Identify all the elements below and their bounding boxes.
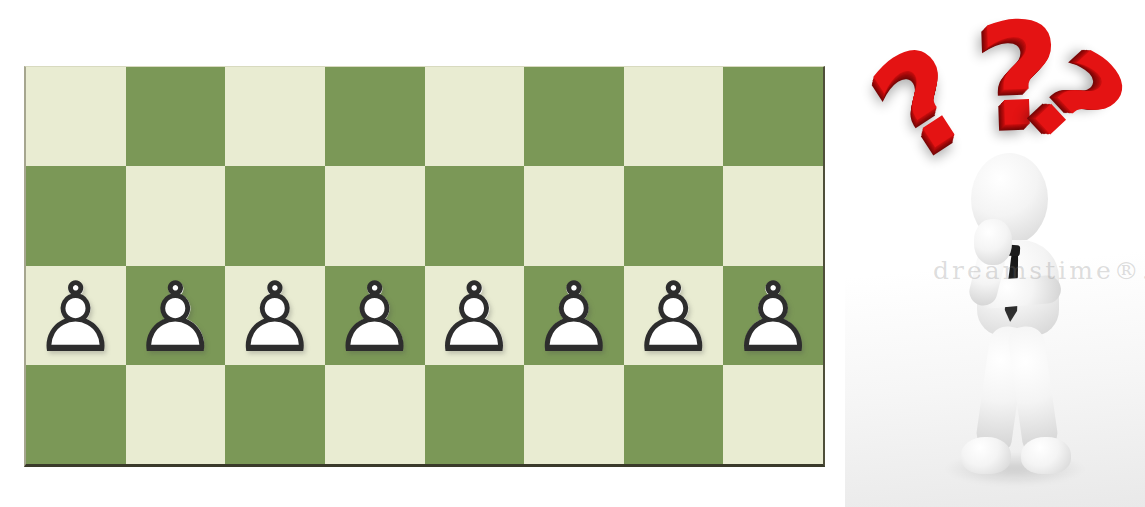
- question-mark-left: ?: [855, 24, 991, 176]
- square-r1-c4[interactable]: [425, 166, 525, 265]
- square-r2-c0[interactable]: ♟♙: [26, 266, 126, 365]
- square-r1-c2[interactable]: [225, 166, 325, 265]
- white-pawn[interactable]: ♟♙: [723, 266, 823, 365]
- chessboard: ♟♙♟♙♟♙♟♙♟♙♟♙♟♙♟♙: [24, 66, 825, 467]
- square-r0-c4[interactable]: [425, 67, 525, 166]
- square-r0-c2[interactable]: [225, 67, 325, 166]
- square-r3-c3[interactable]: [325, 365, 425, 464]
- white-pawn[interactable]: ♟♙: [225, 266, 325, 365]
- square-r3-c7[interactable]: [723, 365, 823, 464]
- square-r0-c3[interactable]: [325, 67, 425, 166]
- square-r3-c6[interactable]: [624, 365, 724, 464]
- figure-right-foot: [1021, 437, 1071, 474]
- figure-right-leg: [1007, 324, 1060, 452]
- white-pawn-outline-glyph: ♙: [723, 268, 823, 367]
- square-r3-c0[interactable]: [26, 365, 126, 464]
- white-pawn-outline-glyph: ♙: [425, 268, 525, 367]
- square-r3-c5[interactable]: [524, 365, 624, 464]
- square-r1-c0[interactable]: [26, 166, 126, 265]
- square-r0-c7[interactable]: [723, 67, 823, 166]
- square-r2-c5[interactable]: ♟♙: [524, 266, 624, 365]
- square-r1-c6[interactable]: [624, 166, 724, 265]
- white-pawn-outline-glyph: ♙: [325, 268, 425, 367]
- white-pawn[interactable]: ♟♙: [624, 266, 724, 365]
- white-pawn-outline-glyph: ♙: [26, 268, 126, 367]
- white-pawn[interactable]: ♟♙: [325, 266, 425, 365]
- thinking-figure-illustration: ? ? ? dreamstime®.: [845, 0, 1145, 507]
- white-pawn-outline-glyph: ♙: [225, 268, 325, 367]
- square-r2-c2[interactable]: ♟♙: [225, 266, 325, 365]
- stock-watermark: dreamstime®.: [933, 256, 1133, 285]
- white-pawn[interactable]: ♟♙: [126, 266, 226, 365]
- square-r0-c6[interactable]: [624, 67, 724, 166]
- white-pawn[interactable]: ♟♙: [26, 266, 126, 365]
- white-pawn-outline-glyph: ♙: [126, 268, 226, 367]
- square-r1-c1[interactable]: [126, 166, 226, 265]
- square-r0-c5[interactable]: [524, 67, 624, 166]
- square-r0-c1[interactable]: [126, 67, 226, 166]
- square-r3-c1[interactable]: [126, 365, 226, 464]
- figure-left-foot: [961, 437, 1011, 474]
- square-r2-c1[interactable]: ♟♙: [126, 266, 226, 365]
- square-r0-c0[interactable]: [26, 67, 126, 166]
- square-r2-c6[interactable]: ♟♙: [624, 266, 724, 365]
- square-r3-c4[interactable]: [425, 365, 525, 464]
- white-pawn-outline-glyph: ♙: [624, 268, 724, 367]
- square-r1-c5[interactable]: [524, 166, 624, 265]
- square-r1-c7[interactable]: [723, 166, 823, 265]
- white-pawn[interactable]: ♟♙: [425, 266, 525, 365]
- white-pawn-outline-glyph: ♙: [524, 268, 624, 367]
- square-r1-c3[interactable]: [325, 166, 425, 265]
- square-r2-c4[interactable]: ♟♙: [425, 266, 525, 365]
- white-pawn[interactable]: ♟♙: [524, 266, 624, 365]
- square-r3-c2[interactable]: [225, 365, 325, 464]
- square-r2-c7[interactable]: ♟♙: [723, 266, 823, 365]
- square-r2-c3[interactable]: ♟♙: [325, 266, 425, 365]
